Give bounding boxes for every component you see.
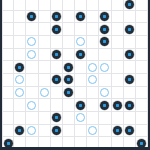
open-stone (88, 126, 97, 135)
cell-r9c4[interactable] (51, 112, 63, 125)
cell-r9c8[interactable] (99, 112, 111, 125)
cell-r0c4[interactable] (51, 0, 63, 11)
cell-r7c3[interactable] (39, 87, 51, 100)
cell-r11c11[interactable] (136, 137, 148, 150)
cell-r1c8[interactable] (99, 11, 111, 24)
cell-r6c1[interactable] (14, 74, 26, 87)
dark-stone (125, 75, 134, 84)
cell-r6c3[interactable] (39, 74, 51, 87)
cell-r8c1[interactable] (14, 99, 26, 112)
cell-r8c10[interactable] (124, 99, 136, 112)
cell-r6c9[interactable] (112, 74, 124, 87)
cell-r10c0[interactable] (2, 125, 14, 138)
cell-r2c3[interactable] (39, 23, 51, 36)
cell-r1c11[interactable] (136, 11, 148, 24)
cell-r9c5[interactable] (63, 112, 75, 125)
dark-stone (113, 126, 122, 135)
cell-r11c1[interactable] (14, 137, 26, 150)
cell-r0c8[interactable] (99, 0, 111, 11)
cell-r5c6[interactable] (75, 61, 87, 74)
cell-r3c10[interactable] (124, 36, 136, 49)
cell-r5c2[interactable] (26, 61, 38, 74)
open-stone (76, 113, 85, 122)
cell-r8c4[interactable] (51, 99, 63, 112)
cell-r5c10[interactable] (124, 61, 136, 74)
cell-r8c0[interactable] (2, 99, 14, 112)
cell-r5c11[interactable] (136, 61, 148, 74)
cell-r0c11[interactable] (136, 0, 148, 11)
open-stone (88, 63, 97, 72)
open-stone (15, 75, 24, 84)
cell-r0c5[interactable] (63, 0, 75, 11)
dark-stone (125, 25, 134, 34)
cell-r2c6[interactable] (75, 23, 87, 36)
cell-r7c4[interactable] (51, 87, 63, 100)
cell-r2c8[interactable] (99, 23, 111, 36)
cell-r4c5[interactable] (63, 49, 75, 62)
cell-r9c9[interactable] (112, 112, 124, 125)
cell-r11c8[interactable] (99, 137, 111, 150)
cell-r5c7[interactable] (87, 61, 99, 74)
cell-r7c2[interactable] (26, 87, 38, 100)
cell-r9c1[interactable] (14, 112, 26, 125)
puzzle-board[interactable] (2, 0, 148, 150)
cell-r4c0[interactable] (2, 49, 14, 62)
cell-r1c5[interactable] (63, 11, 75, 24)
cell-r11c3[interactable] (39, 137, 51, 150)
cell-r8c3[interactable] (39, 99, 51, 112)
cell-r1c10[interactable] (124, 11, 136, 24)
cell-r2c4[interactable] (51, 23, 63, 36)
cell-r11c10[interactable] (124, 137, 136, 150)
dark-stone (113, 101, 122, 110)
dark-stone (27, 12, 36, 21)
cell-r1c3[interactable] (39, 11, 51, 24)
cell-r1c6[interactable] (75, 11, 87, 24)
cell-r4c2[interactable] (26, 49, 38, 62)
cell-r0c2[interactable] (26, 0, 38, 11)
cell-r4c7[interactable] (87, 49, 99, 62)
cell-r1c0[interactable] (2, 11, 14, 24)
cell-r3c3[interactable] (39, 36, 51, 49)
cell-r10c9[interactable] (112, 125, 124, 138)
cell-r11c6[interactable] (75, 137, 87, 150)
cell-r1c2[interactable] (26, 11, 38, 24)
cell-r8c9[interactable] (112, 99, 124, 112)
cell-r7c8[interactable] (99, 87, 111, 100)
cell-r0c0[interactable] (2, 0, 14, 11)
cell-r9c2[interactable] (26, 112, 38, 125)
cell-r10c8[interactable] (99, 125, 111, 138)
dark-stone (52, 50, 61, 59)
dark-stone (64, 75, 73, 84)
cell-r3c1[interactable] (14, 36, 26, 49)
dark-stone (100, 25, 109, 34)
dark-stone (64, 88, 73, 97)
cell-r5c4[interactable] (51, 61, 63, 74)
dark-stone (52, 75, 61, 84)
dark-stone (64, 63, 73, 72)
cell-r7c1[interactable] (14, 87, 26, 100)
dark-stone (76, 101, 85, 110)
cell-r10c10[interactable] (124, 125, 136, 138)
cell-r5c1[interactable] (14, 61, 26, 74)
cell-r4c9[interactable] (112, 49, 124, 62)
cell-r9c6[interactable] (75, 112, 87, 125)
dark-stone (125, 50, 134, 59)
cell-r5c0[interactable] (2, 61, 14, 74)
cell-r8c8[interactable] (99, 99, 111, 112)
window-frame (0, 0, 150, 150)
cell-r1c7[interactable] (87, 11, 99, 24)
cell-r3c6[interactable] (75, 36, 87, 49)
cell-r3c8[interactable] (99, 36, 111, 49)
cell-r2c11[interactable] (136, 23, 148, 36)
cell-r3c5[interactable] (63, 36, 75, 49)
cell-r3c2[interactable] (26, 36, 38, 49)
cell-r3c0[interactable] (2, 36, 14, 49)
dark-stone (100, 12, 109, 21)
cell-r8c2[interactable] (26, 99, 38, 112)
cell-r11c0[interactable] (2, 137, 14, 150)
open-stone (27, 50, 36, 59)
cell-r6c6[interactable] (75, 74, 87, 87)
cell-r4c8[interactable] (99, 49, 111, 62)
cell-r6c7[interactable] (87, 74, 99, 87)
cell-r10c1[interactable] (14, 125, 26, 138)
open-stone (27, 37, 36, 46)
cell-r8c11[interactable] (136, 99, 148, 112)
cell-r10c5[interactable] (63, 125, 75, 138)
dark-stone (125, 0, 134, 9)
dark-stone (15, 63, 24, 72)
dark-stone (52, 126, 61, 135)
dark-stone (76, 12, 85, 21)
cell-r7c5[interactable] (63, 87, 75, 100)
cell-r2c5[interactable] (63, 23, 75, 36)
cell-r6c5[interactable] (63, 74, 75, 87)
dark-stone (137, 139, 146, 148)
dark-stone (52, 25, 61, 34)
cell-r0c9[interactable] (112, 0, 124, 11)
dark-stone (52, 113, 61, 122)
open-stone (15, 88, 24, 97)
cell-r2c1[interactable] (14, 23, 26, 36)
cell-r3c11[interactable] (136, 36, 148, 49)
cell-r4c1[interactable] (14, 49, 26, 62)
cell-r5c9[interactable] (112, 61, 124, 74)
cell-r5c3[interactable] (39, 61, 51, 74)
open-stone (27, 126, 36, 135)
open-stone (100, 63, 109, 72)
cell-r11c5[interactable] (63, 137, 75, 150)
cell-r0c3[interactable] (39, 0, 51, 11)
cell-r11c4[interactable] (51, 137, 63, 150)
cell-r10c2[interactable] (26, 125, 38, 138)
cell-r4c6[interactable] (75, 49, 87, 62)
cell-r0c6[interactable] (75, 0, 87, 11)
cell-r4c3[interactable] (39, 49, 51, 62)
dark-stone (52, 12, 61, 21)
cell-r3c9[interactable] (112, 36, 124, 49)
cell-r8c5[interactable] (63, 99, 75, 112)
cell-r4c4[interactable] (51, 49, 63, 62)
cell-r8c6[interactable] (75, 99, 87, 112)
cell-r1c9[interactable] (112, 11, 124, 24)
dark-stone (100, 101, 109, 110)
cell-r3c4[interactable] (51, 36, 63, 49)
cell-r0c10[interactable] (124, 0, 136, 11)
cell-r5c5[interactable] (63, 61, 75, 74)
dark-stone (125, 126, 134, 135)
cell-r6c4[interactable] (51, 74, 63, 87)
cell-r9c3[interactable] (39, 112, 51, 125)
cell-r6c0[interactable] (2, 74, 14, 87)
cell-r7c11[interactable] (136, 87, 148, 100)
cell-r2c10[interactable] (124, 23, 136, 36)
cell-r9c10[interactable] (124, 112, 136, 125)
cell-r2c9[interactable] (112, 23, 124, 36)
app-viewport (0, 0, 150, 150)
dark-stone (15, 126, 24, 135)
cell-r7c6[interactable] (75, 87, 87, 100)
cell-r2c0[interactable] (2, 23, 14, 36)
cell-r6c8[interactable] (99, 74, 111, 87)
cell-r10c6[interactable] (75, 125, 87, 138)
open-stone (40, 88, 49, 97)
dark-stone (125, 101, 134, 110)
open-stone (27, 101, 36, 110)
cell-r11c2[interactable] (26, 137, 38, 150)
cell-r4c10[interactable] (124, 49, 136, 62)
cell-r0c1[interactable] (14, 0, 26, 11)
open-stone (76, 37, 85, 46)
cell-r7c9[interactable] (112, 87, 124, 100)
cell-r2c2[interactable] (26, 23, 38, 36)
cell-r10c7[interactable] (87, 125, 99, 138)
cell-r8c7[interactable] (87, 99, 99, 112)
cell-r3c7[interactable] (87, 36, 99, 49)
cell-r2c7[interactable] (87, 23, 99, 36)
cell-r7c7[interactable] (87, 87, 99, 100)
cell-r0c7[interactable] (87, 0, 99, 11)
cell-r4c11[interactable] (136, 49, 148, 62)
cell-r1c4[interactable] (51, 11, 63, 24)
cell-r10c3[interactable] (39, 125, 51, 138)
cell-r6c11[interactable] (136, 74, 148, 87)
dark-stone (100, 37, 109, 46)
cell-r11c7[interactable] (87, 137, 99, 150)
cell-r9c11[interactable] (136, 112, 148, 125)
cell-r5c8[interactable] (99, 61, 111, 74)
cell-r10c11[interactable] (136, 125, 148, 138)
cell-r6c2[interactable] (26, 74, 38, 87)
cell-r7c0[interactable] (2, 87, 14, 100)
cell-r6c10[interactable] (124, 74, 136, 87)
cell-r7c10[interactable] (124, 87, 136, 100)
cell-r10c4[interactable] (51, 125, 63, 138)
open-stone (100, 88, 109, 97)
open-stone (88, 75, 97, 84)
dark-stone (76, 50, 85, 59)
cell-r1c1[interactable] (14, 11, 26, 24)
dark-stone (4, 139, 13, 148)
cell-r9c0[interactable] (2, 112, 14, 125)
cell-r11c9[interactable] (112, 137, 124, 150)
cell-r9c7[interactable] (87, 112, 99, 125)
